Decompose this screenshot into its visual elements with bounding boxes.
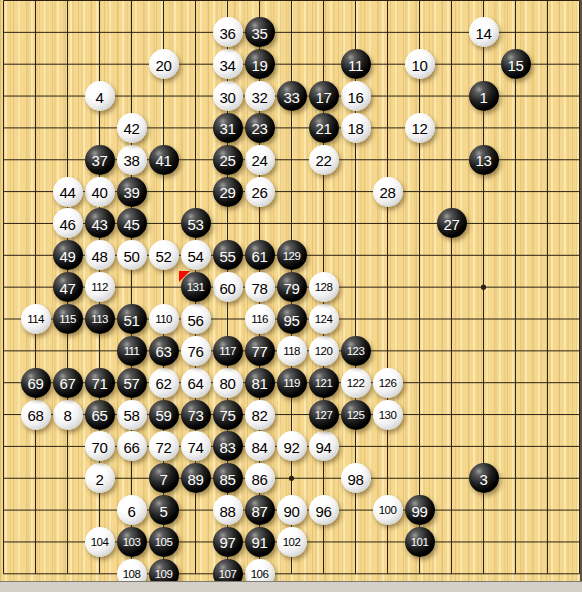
stone-number: 98 bbox=[347, 471, 363, 486]
stone-number: 47 bbox=[59, 280, 75, 295]
stone-42-white: 42 bbox=[117, 113, 147, 143]
stone-number: 96 bbox=[315, 503, 331, 518]
stone-32-white: 32 bbox=[245, 81, 275, 111]
stone-84-white: 84 bbox=[245, 431, 275, 461]
stone-75-black: 75 bbox=[213, 400, 243, 430]
stone-70-white: 70 bbox=[85, 431, 115, 461]
stone-1-black: 1 bbox=[469, 81, 499, 111]
stone-51-black: 51 bbox=[117, 304, 147, 334]
stone-48-white: 48 bbox=[85, 240, 115, 270]
stone-number: 116 bbox=[251, 314, 268, 326]
stone-number: 100 bbox=[379, 505, 396, 517]
stone-68-white: 68 bbox=[21, 400, 51, 430]
stone-90-white: 90 bbox=[277, 495, 307, 525]
stone-63-black: 63 bbox=[149, 336, 179, 366]
stone-number: 84 bbox=[251, 439, 267, 454]
stone-98-white: 98 bbox=[341, 463, 371, 493]
stone-7-black: 7 bbox=[149, 463, 179, 493]
stone-116-white: 116 bbox=[245, 304, 275, 334]
stone-18-white: 18 bbox=[341, 113, 371, 143]
stone-number: 29 bbox=[219, 185, 235, 200]
stone-number: 32 bbox=[251, 89, 267, 104]
stone-126-white: 126 bbox=[373, 368, 403, 398]
stone-21-black: 21 bbox=[309, 113, 339, 143]
stone-97-black: 97 bbox=[213, 527, 243, 557]
window-bottom-edge bbox=[0, 581, 582, 592]
stone-number: 26 bbox=[251, 185, 267, 200]
stone-number: 83 bbox=[219, 439, 235, 454]
stone-number: 62 bbox=[155, 376, 171, 391]
stone-number: 40 bbox=[91, 185, 107, 200]
stone-101-black: 101 bbox=[405, 527, 435, 557]
stone-15-black: 15 bbox=[501, 49, 531, 79]
stone-27-black: 27 bbox=[437, 208, 467, 238]
stone-117-black: 117 bbox=[213, 336, 243, 366]
stone-number: 1 bbox=[479, 89, 487, 104]
stone-13-black: 13 bbox=[469, 145, 499, 175]
stone-45-black: 45 bbox=[117, 208, 147, 238]
stone-number: 88 bbox=[219, 503, 235, 518]
stone-85-black: 85 bbox=[213, 463, 243, 493]
stone-number: 59 bbox=[155, 408, 171, 423]
stone-number: 101 bbox=[411, 537, 428, 549]
stone-number: 123 bbox=[347, 346, 364, 358]
stone-119-black: 119 bbox=[277, 368, 307, 398]
stone-64-white: 64 bbox=[181, 368, 211, 398]
stone-89-black: 89 bbox=[181, 463, 211, 493]
stone-33-black: 33 bbox=[277, 81, 307, 111]
stone-112-white: 112 bbox=[85, 272, 115, 302]
last-move-marker bbox=[179, 271, 190, 282]
stone-37-black: 37 bbox=[85, 145, 115, 175]
stone-46-white: 46 bbox=[53, 208, 83, 238]
stone-number: 85 bbox=[219, 471, 235, 486]
stone-83-black: 83 bbox=[213, 431, 243, 461]
stone-73-black: 73 bbox=[181, 400, 211, 430]
stone-number: 79 bbox=[283, 280, 299, 295]
stone-number: 4 bbox=[95, 89, 103, 104]
stone-44-white: 44 bbox=[53, 177, 83, 207]
stone-number: 11 bbox=[348, 57, 363, 72]
stone-number: 21 bbox=[315, 121, 331, 136]
stone-number: 46 bbox=[59, 216, 75, 231]
stone-118-white: 118 bbox=[277, 336, 307, 366]
stone-28-white: 28 bbox=[373, 177, 403, 207]
stone-number: 2 bbox=[95, 471, 103, 486]
stone-number: 70 bbox=[91, 439, 107, 454]
stone-115-black: 115 bbox=[53, 304, 83, 334]
stone-number: 67 bbox=[59, 376, 75, 391]
stone-55-black: 55 bbox=[213, 240, 243, 270]
stone-26-white: 26 bbox=[245, 177, 275, 207]
stone-number: 66 bbox=[123, 439, 139, 454]
stone-71-black: 71 bbox=[85, 368, 115, 398]
stone-20-white: 20 bbox=[149, 49, 179, 79]
stone-number: 127 bbox=[315, 409, 332, 421]
stone-61-black: 61 bbox=[245, 240, 275, 270]
stone-number: 77 bbox=[251, 344, 267, 359]
stone-38-white: 38 bbox=[117, 145, 147, 175]
stone-number: 18 bbox=[347, 121, 363, 136]
stone-number: 117 bbox=[219, 346, 236, 358]
stone-number: 81 bbox=[251, 376, 267, 391]
stone-17-black: 17 bbox=[309, 81, 339, 111]
stone-4-white: 4 bbox=[85, 81, 115, 111]
stone-number: 20 bbox=[155, 57, 171, 72]
stone-67-black: 67 bbox=[53, 368, 83, 398]
stone-number: 65 bbox=[91, 408, 107, 423]
stone-number: 53 bbox=[187, 216, 203, 231]
stone-number: 103 bbox=[123, 537, 140, 549]
stone-2-white: 2 bbox=[85, 463, 115, 493]
stone-number: 37 bbox=[91, 153, 107, 168]
stone-number: 13 bbox=[475, 153, 491, 168]
stone-92-white: 92 bbox=[277, 431, 307, 461]
stone-129-black: 129 bbox=[277, 240, 307, 270]
stone-number: 52 bbox=[155, 248, 171, 263]
stone-3-black: 3 bbox=[469, 463, 499, 493]
stone-number: 110 bbox=[155, 314, 172, 326]
stone-103-black: 103 bbox=[117, 527, 147, 557]
stone-30-white: 30 bbox=[213, 81, 243, 111]
stone-number: 102 bbox=[283, 537, 300, 549]
stone-94-white: 94 bbox=[309, 431, 339, 461]
stone-number: 99 bbox=[411, 503, 427, 518]
stone-14-white: 14 bbox=[469, 17, 499, 47]
stone-number: 112 bbox=[91, 282, 108, 294]
stone-number: 89 bbox=[187, 471, 203, 486]
stone-39-black: 39 bbox=[117, 177, 147, 207]
go-board[interactable]: 1234567810111213141516171819202122232425… bbox=[0, 0, 582, 592]
stone-34-white: 34 bbox=[213, 49, 243, 79]
stone-113-black: 113 bbox=[85, 304, 115, 334]
stone-number: 131 bbox=[187, 282, 204, 294]
stone-number: 56 bbox=[187, 312, 203, 327]
stone-111-black: 111 bbox=[117, 336, 147, 366]
stone-number: 63 bbox=[155, 344, 171, 359]
stone-number: 125 bbox=[347, 409, 364, 421]
stone-77-black: 77 bbox=[245, 336, 275, 366]
stone-number: 30 bbox=[219, 89, 235, 104]
stone-123-black: 123 bbox=[341, 336, 371, 366]
stone-number: 35 bbox=[251, 25, 267, 40]
stone-number: 121 bbox=[315, 377, 332, 389]
stone-11-black: 11 bbox=[341, 49, 371, 79]
stone-16-white: 16 bbox=[341, 81, 371, 111]
stone-114-white: 114 bbox=[21, 304, 51, 334]
stones-layer: 1234567810111213141516171819202122232425… bbox=[0, 0, 582, 592]
stone-5-black: 5 bbox=[149, 495, 179, 525]
stone-number: 33 bbox=[283, 89, 299, 104]
stone-number: 6 bbox=[127, 503, 135, 518]
stone-23-black: 23 bbox=[245, 113, 275, 143]
stone-number: 94 bbox=[315, 439, 331, 454]
stone-57-black: 57 bbox=[117, 368, 147, 398]
stone-number: 87 bbox=[251, 503, 267, 518]
stone-43-black: 43 bbox=[85, 208, 115, 238]
stone-number: 12 bbox=[411, 121, 427, 136]
stone-number: 124 bbox=[315, 314, 332, 326]
stone-number: 91 bbox=[251, 535, 267, 550]
stone-49-black: 49 bbox=[53, 240, 83, 270]
stone-41-black: 41 bbox=[149, 145, 179, 175]
stone-number: 28 bbox=[379, 185, 395, 200]
stone-100-white: 100 bbox=[373, 495, 403, 525]
stone-number: 7 bbox=[159, 471, 167, 486]
stone-8-white: 8 bbox=[53, 400, 83, 430]
stone-number: 55 bbox=[219, 248, 235, 263]
stone-number: 118 bbox=[283, 346, 300, 358]
stone-105-black: 105 bbox=[149, 527, 179, 557]
stone-number: 71 bbox=[91, 376, 107, 391]
stone-number: 108 bbox=[123, 569, 140, 581]
go-board-window: 1234567810111213141516171819202122232425… bbox=[0, 0, 582, 592]
stone-number: 25 bbox=[219, 153, 235, 168]
stone-number: 106 bbox=[251, 569, 268, 581]
stone-69-black: 69 bbox=[21, 368, 51, 398]
stone-number: 15 bbox=[507, 57, 523, 72]
stone-59-black: 59 bbox=[149, 400, 179, 430]
stone-78-white: 78 bbox=[245, 272, 275, 302]
stone-40-white: 40 bbox=[85, 177, 115, 207]
stone-number: 97 bbox=[219, 535, 235, 550]
stone-number: 5 bbox=[159, 503, 167, 518]
stone-number: 14 bbox=[475, 25, 491, 40]
stone-number: 78 bbox=[251, 280, 267, 295]
stone-99-black: 99 bbox=[405, 495, 435, 525]
stone-number: 8 bbox=[63, 408, 71, 423]
stone-number: 31 bbox=[219, 121, 235, 136]
stone-number: 50 bbox=[123, 248, 139, 263]
stone-66-white: 66 bbox=[117, 431, 147, 461]
stone-124-white: 124 bbox=[309, 304, 339, 334]
stone-number: 64 bbox=[187, 376, 203, 391]
stone-60-white: 60 bbox=[213, 272, 243, 302]
stone-number: 86 bbox=[251, 471, 267, 486]
stone-number: 68 bbox=[27, 408, 43, 423]
stone-number: 19 bbox=[251, 57, 267, 72]
stone-number: 51 bbox=[123, 312, 139, 327]
stone-104-white: 104 bbox=[85, 527, 115, 557]
stone-number: 69 bbox=[27, 376, 43, 391]
stone-number: 119 bbox=[283, 377, 300, 389]
stone-6-white: 6 bbox=[117, 495, 147, 525]
stone-12-white: 12 bbox=[405, 113, 435, 143]
stone-80-white: 80 bbox=[213, 368, 243, 398]
stone-95-black: 95 bbox=[277, 304, 307, 334]
stone-number: 82 bbox=[251, 408, 267, 423]
stone-number: 129 bbox=[283, 250, 300, 262]
stone-number: 34 bbox=[219, 57, 235, 72]
stone-72-white: 72 bbox=[149, 431, 179, 461]
stone-122-white: 122 bbox=[341, 368, 371, 398]
stone-number: 36 bbox=[219, 25, 235, 40]
stone-79-black: 79 bbox=[277, 272, 307, 302]
stone-88-white: 88 bbox=[213, 495, 243, 525]
stone-number: 60 bbox=[219, 280, 235, 295]
stone-56-white: 56 bbox=[181, 304, 211, 334]
stone-number: 49 bbox=[59, 248, 75, 263]
stone-number: 16 bbox=[347, 89, 363, 104]
stone-number: 114 bbox=[27, 314, 44, 326]
stone-number: 74 bbox=[187, 439, 203, 454]
stone-number: 42 bbox=[123, 121, 139, 136]
stone-number: 72 bbox=[155, 439, 171, 454]
stone-number: 54 bbox=[187, 248, 203, 263]
stone-number: 105 bbox=[155, 537, 172, 549]
stone-number: 27 bbox=[443, 216, 459, 231]
stone-102-white: 102 bbox=[277, 527, 307, 557]
stone-number: 107 bbox=[219, 569, 236, 581]
stone-110-white: 110 bbox=[149, 304, 179, 334]
stone-number: 76 bbox=[187, 344, 203, 359]
stone-54-white: 54 bbox=[181, 240, 211, 270]
stone-50-white: 50 bbox=[117, 240, 147, 270]
stone-52-white: 52 bbox=[149, 240, 179, 270]
stone-number: 23 bbox=[251, 121, 267, 136]
stone-number: 73 bbox=[187, 408, 203, 423]
stone-82-white: 82 bbox=[245, 400, 275, 430]
stone-number: 17 bbox=[315, 89, 331, 104]
stone-number: 39 bbox=[123, 185, 139, 200]
stone-number: 109 bbox=[155, 569, 172, 581]
stone-29-black: 29 bbox=[213, 177, 243, 207]
stone-22-white: 22 bbox=[309, 145, 339, 175]
stone-31-black: 31 bbox=[213, 113, 243, 143]
stone-74-white: 74 bbox=[181, 431, 211, 461]
stone-87-black: 87 bbox=[245, 495, 275, 525]
stone-65-black: 65 bbox=[85, 400, 115, 430]
stone-number: 75 bbox=[219, 408, 235, 423]
stone-125-black: 125 bbox=[341, 400, 371, 430]
stone-53-black: 53 bbox=[181, 208, 211, 238]
stone-86-white: 86 bbox=[245, 463, 275, 493]
stone-number: 130 bbox=[379, 409, 396, 421]
stone-number: 48 bbox=[91, 248, 107, 263]
stone-number: 45 bbox=[123, 216, 139, 231]
stone-number: 22 bbox=[315, 153, 331, 168]
stone-number: 58 bbox=[123, 408, 139, 423]
stone-number: 126 bbox=[379, 377, 396, 389]
stone-number: 115 bbox=[59, 314, 76, 326]
stone-35-black: 35 bbox=[245, 17, 275, 47]
stone-number: 104 bbox=[91, 537, 108, 549]
stone-47-black: 47 bbox=[53, 272, 83, 302]
stone-24-white: 24 bbox=[245, 145, 275, 175]
stone-number: 44 bbox=[59, 185, 75, 200]
stone-number: 120 bbox=[315, 346, 332, 358]
stone-36-white: 36 bbox=[213, 17, 243, 47]
stone-76-white: 76 bbox=[181, 336, 211, 366]
stone-number: 3 bbox=[479, 471, 487, 486]
stone-58-white: 58 bbox=[117, 400, 147, 430]
stone-number: 80 bbox=[219, 376, 235, 391]
stone-25-black: 25 bbox=[213, 145, 243, 175]
stone-number: 41 bbox=[155, 153, 171, 168]
stone-91-black: 91 bbox=[245, 527, 275, 557]
stone-81-black: 81 bbox=[245, 368, 275, 398]
stone-number: 61 bbox=[251, 248, 267, 263]
stone-10-white: 10 bbox=[405, 49, 435, 79]
stone-number: 24 bbox=[251, 153, 267, 168]
stone-number: 57 bbox=[123, 376, 139, 391]
stone-number: 38 bbox=[123, 153, 139, 168]
stone-62-white: 62 bbox=[149, 368, 179, 398]
stone-number: 10 bbox=[411, 57, 427, 72]
stone-128-white: 128 bbox=[309, 272, 339, 302]
stone-number: 111 bbox=[124, 346, 140, 358]
stone-number: 128 bbox=[315, 282, 332, 294]
stone-120-white: 120 bbox=[309, 336, 339, 366]
stone-number: 43 bbox=[91, 216, 107, 231]
stone-number: 122 bbox=[347, 377, 364, 389]
stone-130-white: 130 bbox=[373, 400, 403, 430]
stone-number: 95 bbox=[283, 312, 299, 327]
stone-127-black: 127 bbox=[309, 400, 339, 430]
stone-121-black: 121 bbox=[309, 368, 339, 398]
stone-96-white: 96 bbox=[309, 495, 339, 525]
stone-number: 90 bbox=[283, 503, 299, 518]
stone-number: 113 bbox=[91, 314, 108, 326]
stone-number: 92 bbox=[283, 439, 299, 454]
stone-19-black: 19 bbox=[245, 49, 275, 79]
